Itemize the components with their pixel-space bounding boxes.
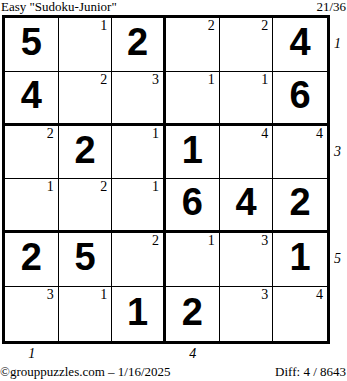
cell-r2c5[interactable]: 1 (220, 72, 274, 126)
cell-r4c4[interactable]: 6 (166, 179, 220, 233)
cell-r3c4[interactable]: 1 (166, 126, 220, 180)
row-label-3: 3 (334, 144, 346, 160)
cell-r3c1[interactable]: 2 (5, 126, 59, 180)
cell-r5c6[interactable]: 1 (273, 233, 327, 287)
corner-mark: 3 (47, 288, 54, 302)
cell-r2c1[interactable]: 4 (5, 72, 59, 126)
corner-mark: 3 (261, 234, 268, 248)
cell-r1c6[interactable]: 4 (273, 18, 327, 72)
cell-r6c1[interactable]: 3 (5, 287, 59, 341)
cell-r5c4[interactable]: 1 (166, 233, 220, 287)
given-digit: 1 (182, 131, 203, 169)
given-digit: 4 (290, 23, 311, 61)
corner-mark: 2 (100, 180, 107, 194)
corner-mark: 1 (208, 73, 215, 87)
cell-r5c1[interactable]: 2 (5, 233, 59, 287)
cell-r4c1[interactable]: 1 (5, 179, 59, 233)
col-label-1: 1 (22, 346, 42, 362)
puzzle-page: Easy "Sudoku-Junior" 21/36 5122244231162… (0, 0, 347, 381)
cell-r1c3[interactable]: 2 (112, 18, 166, 72)
corner-mark: 4 (316, 127, 323, 141)
cell-r3c2[interactable]: 2 (59, 126, 113, 180)
cell-r5c2[interactable]: 5 (59, 233, 113, 287)
corner-mark: 1 (47, 180, 54, 194)
given-digit: 4 (21, 76, 42, 114)
cell-r2c3[interactable]: 3 (112, 72, 166, 126)
col-label-4: 4 (183, 346, 203, 362)
row-label-5: 5 (334, 251, 346, 267)
corner-mark: 2 (261, 19, 268, 33)
corner-mark: 2 (47, 127, 54, 141)
cell-r4c6[interactable]: 2 (273, 179, 327, 233)
cell-r3c5[interactable]: 4 (220, 126, 274, 180)
corner-mark: 2 (208, 19, 215, 33)
corner-mark: 4 (261, 127, 268, 141)
page-footer: ©grouppuzzles.com – 1/16/2025 Diff: 4 / … (0, 364, 346, 379)
page-header: Easy "Sudoku-Junior" 21/36 (1, 0, 346, 14)
cell-r1c4[interactable]: 2 (166, 18, 220, 72)
given-digit: 4 (235, 183, 256, 221)
corner-mark: 1 (100, 19, 107, 33)
corner-mark: 3 (261, 288, 268, 302)
row-label-1: 1 (334, 36, 346, 52)
corner-mark: 2 (100, 73, 107, 87)
given-digit: 5 (74, 238, 95, 276)
cell-r1c2[interactable]: 1 (59, 18, 113, 72)
cell-r2c2[interactable]: 2 (59, 72, 113, 126)
sudoku-board: 512224423116221144121642252131311234 (2, 15, 330, 344)
given-digit: 1 (290, 238, 311, 276)
cell-r1c1[interactable]: 5 (5, 18, 59, 72)
cell-r2c4[interactable]: 1 (166, 72, 220, 126)
cell-r4c3[interactable]: 1 (112, 179, 166, 233)
cell-r6c4[interactable]: 2 (166, 287, 220, 341)
corner-mark: 1 (208, 234, 215, 248)
cell-r3c3[interactable]: 1 (112, 126, 166, 180)
given-digit: 1 (127, 293, 148, 331)
copyright-text: ©grouppuzzles.com – 1/16/2025 (0, 364, 171, 379)
given-digit: 6 (290, 76, 311, 114)
corner-mark: 1 (261, 73, 268, 87)
puzzle-counter: 21/36 (316, 0, 346, 14)
corner-mark: 1 (152, 127, 159, 141)
cell-r5c5[interactable]: 3 (220, 233, 274, 287)
cell-r6c2[interactable]: 1 (59, 287, 113, 341)
corner-mark: 2 (152, 234, 159, 248)
cell-r5c3[interactable]: 2 (112, 233, 166, 287)
corner-mark: 4 (316, 288, 323, 302)
given-digit: 2 (290, 183, 311, 221)
difficulty-text: Diff: 4 / 8643 (275, 364, 346, 379)
given-digit: 5 (21, 23, 42, 61)
given-digit: 2 (21, 238, 42, 276)
cell-r6c6[interactable]: 4 (273, 287, 327, 341)
cell-r6c3[interactable]: 1 (112, 287, 166, 341)
given-digit: 6 (182, 183, 203, 221)
cell-r1c5[interactable]: 2 (220, 18, 274, 72)
cell-r6c5[interactable]: 3 (220, 287, 274, 341)
corner-mark: 3 (152, 73, 159, 87)
page-title: Easy "Sudoku-Junior" (1, 0, 117, 14)
given-digit: 2 (74, 131, 95, 169)
cell-r4c5[interactable]: 4 (220, 179, 274, 233)
cell-r2c6[interactable]: 6 (273, 72, 327, 126)
corner-mark: 1 (100, 288, 107, 302)
corner-mark: 1 (152, 180, 159, 194)
cell-r3c6[interactable]: 4 (273, 126, 327, 180)
given-digit: 2 (182, 293, 203, 331)
given-digit: 2 (127, 23, 148, 61)
cell-r4c2[interactable]: 2 (59, 179, 113, 233)
